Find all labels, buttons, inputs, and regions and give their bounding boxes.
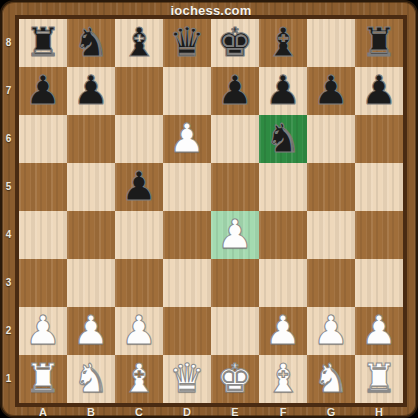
- rank-label-4: 4: [2, 211, 15, 259]
- square-g2[interactable]: ♟: [307, 307, 355, 355]
- square-c8[interactable]: ♝: [115, 19, 163, 67]
- rank-label-1: 1: [2, 355, 15, 403]
- square-g3[interactable]: [307, 259, 355, 307]
- white-bishop[interactable]: ♝: [259, 355, 307, 403]
- white-pawn[interactable]: ♟: [19, 307, 67, 355]
- rank-labels: 87654321: [2, 19, 15, 403]
- square-f1[interactable]: ♝: [259, 355, 307, 403]
- square-a3[interactable]: [19, 259, 67, 307]
- white-pawn[interactable]: ♟: [211, 211, 259, 259]
- black-pawn[interactable]: ♟: [115, 163, 163, 211]
- rank-label-7: 7: [2, 67, 15, 115]
- square-h1[interactable]: ♜: [355, 355, 403, 403]
- square-g7[interactable]: ♟: [307, 67, 355, 115]
- square-b7[interactable]: ♟: [67, 67, 115, 115]
- black-bishop[interactable]: ♝: [115, 19, 163, 67]
- square-g1[interactable]: ♞: [307, 355, 355, 403]
- file-label-c: C: [115, 406, 163, 418]
- chess-board[interactable]: ♜♞♝♛♚♝♜♟♟♟♟♟♟♟♞♟♟♟♟♟♟♟♟♜♞♝♛♚♝♞♜: [15, 15, 407, 407]
- square-c6[interactable]: [115, 115, 163, 163]
- square-f7[interactable]: ♟: [259, 67, 307, 115]
- square-c1[interactable]: ♝: [115, 355, 163, 403]
- white-rook[interactable]: ♜: [355, 355, 403, 403]
- square-d7[interactable]: [163, 67, 211, 115]
- square-h2[interactable]: ♟: [355, 307, 403, 355]
- square-d6[interactable]: ♟: [163, 115, 211, 163]
- square-e8[interactable]: ♚: [211, 19, 259, 67]
- white-pawn[interactable]: ♟: [67, 307, 115, 355]
- white-bishop[interactable]: ♝: [115, 355, 163, 403]
- site-title: iochess.com: [2, 3, 418, 18]
- square-g5[interactable]: [307, 163, 355, 211]
- white-pawn[interactable]: ♟: [355, 307, 403, 355]
- square-c7[interactable]: [115, 67, 163, 115]
- file-label-d: D: [163, 406, 211, 418]
- square-d8[interactable]: ♛: [163, 19, 211, 67]
- black-king[interactable]: ♚: [211, 19, 259, 67]
- square-a6[interactable]: [19, 115, 67, 163]
- white-pawn[interactable]: ♟: [307, 307, 355, 355]
- square-f6[interactable]: ♞: [259, 115, 307, 163]
- square-f8[interactable]: ♝: [259, 19, 307, 67]
- square-c4[interactable]: [115, 211, 163, 259]
- square-e5[interactable]: [211, 163, 259, 211]
- file-label-b: B: [67, 406, 115, 418]
- rank-label-8: 8: [2, 19, 15, 67]
- square-h4[interactable]: [355, 211, 403, 259]
- black-pawn[interactable]: ♟: [307, 67, 355, 115]
- file-label-f: F: [259, 406, 307, 418]
- white-knight[interactable]: ♞: [67, 355, 115, 403]
- square-g8[interactable]: [307, 19, 355, 67]
- square-a5[interactable]: [19, 163, 67, 211]
- square-d2[interactable]: [163, 307, 211, 355]
- square-b8[interactable]: ♞: [67, 19, 115, 67]
- square-g4[interactable]: [307, 211, 355, 259]
- white-pawn[interactable]: ♟: [115, 307, 163, 355]
- square-e6[interactable]: [211, 115, 259, 163]
- square-e1[interactable]: ♚: [211, 355, 259, 403]
- square-b2[interactable]: ♟: [67, 307, 115, 355]
- square-c5[interactable]: ♟: [115, 163, 163, 211]
- rank-label-5: 5: [2, 163, 15, 211]
- square-h8[interactable]: ♜: [355, 19, 403, 67]
- black-pawn[interactable]: ♟: [211, 67, 259, 115]
- square-a8[interactable]: ♜: [19, 19, 67, 67]
- square-d1[interactable]: ♛: [163, 355, 211, 403]
- file-labels: ABCDEFGH: [19, 406, 403, 418]
- white-knight[interactable]: ♞: [307, 355, 355, 403]
- white-pawn[interactable]: ♟: [163, 115, 211, 163]
- square-e4[interactable]: ♟: [211, 211, 259, 259]
- square-g6[interactable]: [307, 115, 355, 163]
- black-pawn[interactable]: ♟: [259, 67, 307, 115]
- rank-label-2: 2: [2, 307, 15, 355]
- white-king[interactable]: ♚: [211, 355, 259, 403]
- black-knight[interactable]: ♞: [259, 115, 307, 163]
- white-pawn[interactable]: ♟: [259, 307, 307, 355]
- square-f5[interactable]: [259, 163, 307, 211]
- square-e3[interactable]: [211, 259, 259, 307]
- square-a2[interactable]: ♟: [19, 307, 67, 355]
- square-f2[interactable]: ♟: [259, 307, 307, 355]
- white-queen[interactable]: ♛: [163, 355, 211, 403]
- black-bishop[interactable]: ♝: [259, 19, 307, 67]
- square-d3[interactable]: [163, 259, 211, 307]
- square-b6[interactable]: [67, 115, 115, 163]
- square-a4[interactable]: [19, 211, 67, 259]
- black-rook[interactable]: ♜: [355, 19, 403, 67]
- square-h6[interactable]: [355, 115, 403, 163]
- square-e7[interactable]: ♟: [211, 67, 259, 115]
- square-c2[interactable]: ♟: [115, 307, 163, 355]
- square-b1[interactable]: ♞: [67, 355, 115, 403]
- square-d4[interactable]: [163, 211, 211, 259]
- square-b4[interactable]: [67, 211, 115, 259]
- white-rook[interactable]: ♜: [19, 355, 67, 403]
- black-knight[interactable]: ♞: [67, 19, 115, 67]
- square-a7[interactable]: ♟: [19, 67, 67, 115]
- square-h5[interactable]: [355, 163, 403, 211]
- square-d5[interactable]: [163, 163, 211, 211]
- black-queen[interactable]: ♛: [163, 19, 211, 67]
- rank-label-3: 3: [2, 259, 15, 307]
- square-c3[interactable]: [115, 259, 163, 307]
- square-a1[interactable]: ♜: [19, 355, 67, 403]
- board-frame: iochess.com 87654321 ♜♞♝♛♚♝♜♟♟♟♟♟♟♟♞♟♟♟♟…: [0, 0, 418, 418]
- square-f4[interactable]: [259, 211, 307, 259]
- square-f3[interactable]: [259, 259, 307, 307]
- black-pawn[interactable]: ♟: [19, 67, 67, 115]
- file-label-h: H: [355, 406, 403, 418]
- file-label-g: G: [307, 406, 355, 418]
- black-rook[interactable]: ♜: [19, 19, 67, 67]
- square-h7[interactable]: ♟: [355, 67, 403, 115]
- square-e2[interactable]: [211, 307, 259, 355]
- square-b5[interactable]: [67, 163, 115, 211]
- rank-label-6: 6: [2, 115, 15, 163]
- square-h3[interactable]: [355, 259, 403, 307]
- black-pawn[interactable]: ♟: [67, 67, 115, 115]
- file-label-e: E: [211, 406, 259, 418]
- file-label-a: A: [19, 406, 67, 418]
- black-pawn[interactable]: ♟: [355, 67, 403, 115]
- square-b3[interactable]: [67, 259, 115, 307]
